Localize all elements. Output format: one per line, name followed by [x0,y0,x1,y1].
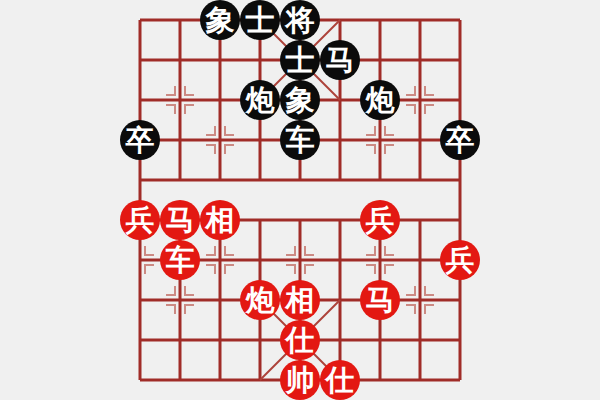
piece-black-cannon[interactable]: 炮 [240,80,280,120]
piece-black-cannon[interactable]: 炮 [360,80,400,120]
piece-black-advisor[interactable]: 士 [240,0,280,40]
piece-red-advisor[interactable]: 仕 [320,360,360,400]
piece-black-general[interactable]: 将 [280,0,320,40]
piece-red-elephant[interactable]: 相 [200,200,240,240]
xiangqi-board: 象士将士马炮象炮卒车卒兵马相兵车兵炮相马仕帅仕 [120,0,480,400]
piece-red-elephant[interactable]: 相 [280,280,320,320]
piece-black-horse[interactable]: 马 [320,40,360,80]
piece-black-advisor[interactable]: 士 [280,40,320,80]
piece-red-soldier[interactable]: 兵 [120,200,160,240]
piece-black-soldier[interactable]: 卒 [440,120,480,160]
piece-red-soldier[interactable]: 兵 [360,200,400,240]
piece-black-elephant[interactable]: 象 [200,0,240,40]
piece-red-soldier[interactable]: 兵 [440,240,480,280]
piece-red-advisor[interactable]: 仕 [280,320,320,360]
pieces-layer: 象士将士马炮象炮卒车卒兵马相兵车兵炮相马仕帅仕 [120,0,480,400]
piece-red-cannon[interactable]: 炮 [240,280,280,320]
xiangqi-app: 象士将士马炮象炮卒车卒兵马相兵车兵炮相马仕帅仕 [0,0,600,400]
piece-red-general[interactable]: 帅 [280,360,320,400]
piece-black-elephant[interactable]: 象 [280,80,320,120]
piece-red-chariot[interactable]: 车 [160,240,200,280]
piece-black-soldier[interactable]: 卒 [120,120,160,160]
piece-red-horse[interactable]: 马 [160,200,200,240]
piece-red-horse[interactable]: 马 [360,280,400,320]
piece-black-chariot[interactable]: 车 [280,120,320,160]
